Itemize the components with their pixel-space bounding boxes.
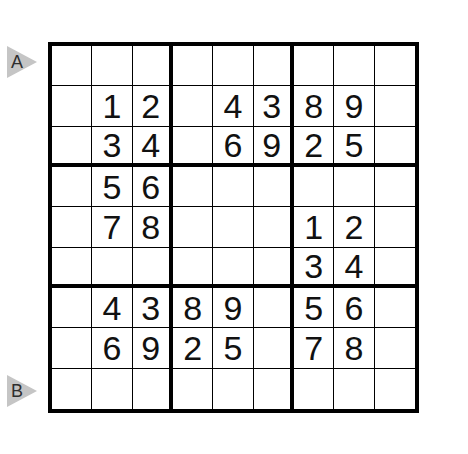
cell-r3c9[interactable]: [375, 127, 415, 167]
cell-r1c2[interactable]: [92, 46, 132, 86]
cell-r7c3: 3: [133, 288, 173, 328]
cell-r9c2[interactable]: [92, 369, 132, 409]
marker-b-label: B: [11, 381, 23, 401]
cell-r8c6[interactable]: [254, 328, 294, 368]
cell-r2c8: 9: [334, 86, 374, 126]
cell-r4c3: 6: [133, 167, 173, 207]
cell-r7c9[interactable]: [375, 288, 415, 328]
cell-r2c7: 8: [294, 86, 334, 126]
cell-r8c3: 9: [133, 328, 173, 368]
cell-r4c7[interactable]: [294, 167, 334, 207]
cell-r1c8[interactable]: [334, 46, 374, 86]
cell-r9c3[interactable]: [133, 369, 173, 409]
cell-r1c1[interactable]: [52, 46, 92, 86]
cell-r8c7: 7: [294, 328, 334, 368]
cell-r6c5[interactable]: [213, 248, 253, 288]
cell-r2c2: 1: [92, 86, 132, 126]
cell-r2c5: 4: [213, 86, 253, 126]
cell-r1c9[interactable]: [375, 46, 415, 86]
cell-r5c6[interactable]: [254, 207, 294, 247]
row-marker-a: A: [6, 45, 38, 79]
cell-r5c1[interactable]: [52, 207, 92, 247]
cell-r4c9[interactable]: [375, 167, 415, 207]
puzzle-page: A B 12438934692556781234438956692578: [0, 0, 468, 454]
cell-r2c9[interactable]: [375, 86, 415, 126]
cell-r9c7[interactable]: [294, 369, 334, 409]
cell-r5c2: 7: [92, 207, 132, 247]
cell-r1c3[interactable]: [133, 46, 173, 86]
cell-r8c8: 8: [334, 328, 374, 368]
cell-r3c6: 9: [254, 127, 294, 167]
cell-r4c2: 5: [92, 167, 132, 207]
cell-r6c7: 3: [294, 248, 334, 288]
cell-r7c7: 5: [294, 288, 334, 328]
cell-r5c9[interactable]: [375, 207, 415, 247]
cell-r5c4[interactable]: [173, 207, 213, 247]
cell-r9c5[interactable]: [213, 369, 253, 409]
cell-r3c7: 2: [294, 127, 334, 167]
cell-r5c7: 1: [294, 207, 334, 247]
cell-r6c8: 4: [334, 248, 374, 288]
cell-r6c3[interactable]: [133, 248, 173, 288]
cell-r3c4[interactable]: [173, 127, 213, 167]
cell-r8c9[interactable]: [375, 328, 415, 368]
cell-r4c5[interactable]: [213, 167, 253, 207]
cell-r7c6[interactable]: [254, 288, 294, 328]
cell-r9c1[interactable]: [52, 369, 92, 409]
cell-r2c6: 3: [254, 86, 294, 126]
cell-r3c3: 4: [133, 127, 173, 167]
cell-r6c9[interactable]: [375, 248, 415, 288]
cell-r9c8[interactable]: [334, 369, 374, 409]
cell-r4c8[interactable]: [334, 167, 374, 207]
cell-r1c6[interactable]: [254, 46, 294, 86]
cell-r9c6[interactable]: [254, 369, 294, 409]
cell-r5c3: 8: [133, 207, 173, 247]
cell-r3c5: 6: [213, 127, 253, 167]
cell-r7c5: 9: [213, 288, 253, 328]
cell-r9c4[interactable]: [173, 369, 213, 409]
cell-r7c4: 8: [173, 288, 213, 328]
cell-r3c8: 5: [334, 127, 374, 167]
row-marker-b: B: [6, 374, 38, 408]
cell-r6c1[interactable]: [52, 248, 92, 288]
cell-r8c1[interactable]: [52, 328, 92, 368]
cell-r6c4[interactable]: [173, 248, 213, 288]
cell-r8c5: 5: [213, 328, 253, 368]
cell-r9c9[interactable]: [375, 369, 415, 409]
cell-r7c8: 6: [334, 288, 374, 328]
cell-r5c8: 2: [334, 207, 374, 247]
cell-r3c2: 3: [92, 127, 132, 167]
cell-r1c7[interactable]: [294, 46, 334, 86]
cell-r6c6[interactable]: [254, 248, 294, 288]
cell-r4c1[interactable]: [52, 167, 92, 207]
cell-r4c6[interactable]: [254, 167, 294, 207]
cell-r4c4[interactable]: [173, 167, 213, 207]
cell-r6c2[interactable]: [92, 248, 132, 288]
cell-r1c4[interactable]: [173, 46, 213, 86]
cell-r5c5[interactable]: [213, 207, 253, 247]
cell-r8c4: 2: [173, 328, 213, 368]
cell-r2c1[interactable]: [52, 86, 92, 126]
cell-r8c2: 6: [92, 328, 132, 368]
cell-r7c2: 4: [92, 288, 132, 328]
cell-r2c4[interactable]: [173, 86, 213, 126]
sudoku-board: 12438934692556781234438956692578: [48, 42, 419, 413]
cell-r7c1[interactable]: [52, 288, 92, 328]
cell-r2c3: 2: [133, 86, 173, 126]
cell-r3c1[interactable]: [52, 127, 92, 167]
marker-a-label: A: [11, 52, 23, 72]
cell-r1c5[interactable]: [213, 46, 253, 86]
